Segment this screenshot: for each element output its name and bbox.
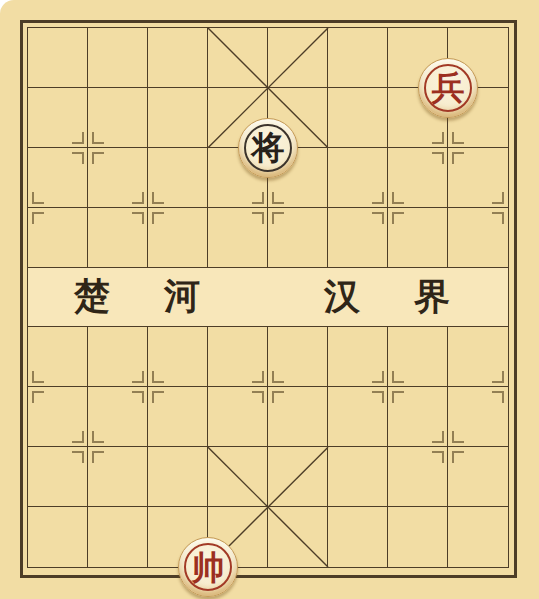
board-cell [268, 327, 328, 387]
board-cell [328, 387, 388, 447]
board-cell [148, 447, 208, 507]
board-cell [208, 28, 268, 88]
board-cell [328, 148, 388, 208]
board-cell [328, 447, 388, 507]
black-general-piece[interactable]: 将 [238, 118, 298, 178]
red-general-glyph: 帅 [192, 551, 225, 584]
board-cell [448, 387, 508, 447]
red-soldier-glyph: 兵 [432, 71, 465, 104]
river-cell [208, 268, 268, 328]
board-cell [388, 387, 448, 447]
board-cell [28, 387, 88, 447]
board-cell [268, 28, 328, 88]
board-cell [88, 507, 148, 567]
board-cell [88, 327, 148, 387]
board-cell [448, 208, 508, 268]
board-cell [148, 208, 208, 268]
board-cell [148, 387, 208, 447]
red-general-piece[interactable]: 帅 [178, 537, 238, 597]
board-cell [328, 88, 388, 148]
black-general-glyph: 将 [252, 131, 285, 164]
board-cell [88, 208, 148, 268]
board-cell [148, 327, 208, 387]
board-cell [388, 507, 448, 567]
board-cell [388, 447, 448, 507]
river-label-he: 河 [164, 278, 200, 314]
board-cell [328, 327, 388, 387]
board-cell [328, 208, 388, 268]
board-cell [148, 28, 208, 88]
board-cell [28, 28, 88, 88]
board-cell [268, 447, 328, 507]
board-cell [208, 327, 268, 387]
board-cell [208, 387, 268, 447]
board-cell [28, 148, 88, 208]
river-label-jie: 界 [414, 279, 450, 315]
board-cell [28, 88, 88, 148]
river-cell [448, 268, 508, 328]
board-cell [28, 208, 88, 268]
board-cell [448, 148, 508, 208]
xiangqi-board: 楚河汉界 兵将帅 [0, 0, 539, 599]
board-cell [88, 148, 148, 208]
board-cell [388, 208, 448, 268]
river-label-chu: 楚 [74, 278, 110, 314]
board-cell [88, 447, 148, 507]
board-cell [28, 327, 88, 387]
board-cell [448, 327, 508, 387]
board-cell [268, 208, 328, 268]
board-cell [28, 507, 88, 567]
board-cell [388, 327, 448, 387]
board-cell [88, 88, 148, 148]
board-cell [448, 507, 508, 567]
board-cell [208, 208, 268, 268]
river-cell [268, 268, 328, 328]
board-cell [388, 148, 448, 208]
board-cell [148, 148, 208, 208]
board-cell [268, 507, 328, 567]
board-cell [88, 28, 148, 88]
board-cell [328, 28, 388, 88]
board-cell [448, 447, 508, 507]
board-cell [28, 447, 88, 507]
board-cell [148, 88, 208, 148]
board-cell [208, 447, 268, 507]
red-soldier-piece[interactable]: 兵 [418, 58, 478, 118]
board-cell [328, 507, 388, 567]
river-label-han: 汉 [324, 279, 360, 315]
board-cell [268, 387, 328, 447]
board-cell [88, 387, 148, 447]
